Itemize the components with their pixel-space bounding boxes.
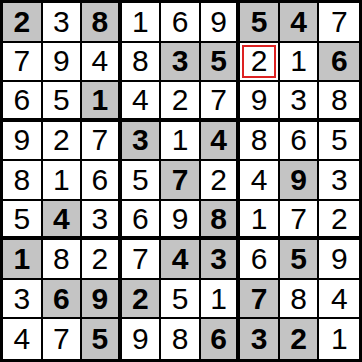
cell-r2c7[interactable]: 2 [240, 43, 280, 83]
cell-r1c8[interactable]: 4 [280, 3, 320, 43]
cell-r6c1[interactable]: 5 [3, 201, 43, 241]
cell-r3c2[interactable]: 5 [43, 82, 83, 122]
cell-r7c8[interactable]: 5 [280, 240, 320, 280]
cell-r4c3[interactable]: 7 [82, 122, 122, 162]
cell-r2c6[interactable]: 5 [201, 43, 241, 83]
cell-r4c1[interactable]: 9 [3, 122, 43, 162]
cell-r4c4[interactable]: 3 [122, 122, 162, 162]
cell-r5c6[interactable]: 2 [201, 161, 241, 201]
cell-r4c7[interactable]: 8 [240, 122, 280, 162]
cell-r4c9[interactable]: 5 [319, 122, 359, 162]
cell-r9c5[interactable]: 8 [161, 319, 201, 359]
cell-r5c3[interactable]: 6 [82, 161, 122, 201]
cell-r5c9[interactable]: 3 [319, 161, 359, 201]
cell-r6c6[interactable]: 8 [201, 201, 241, 241]
cell-r4c2[interactable]: 2 [43, 122, 83, 162]
cell-r1c5[interactable]: 6 [161, 3, 201, 43]
cell-r2c4[interactable]: 8 [122, 43, 162, 83]
cell-r4c8[interactable]: 6 [280, 122, 320, 162]
cell-r1c2[interactable]: 3 [43, 3, 83, 43]
cell-r4c5[interactable]: 1 [161, 122, 201, 162]
cell-r7c4[interactable]: 7 [122, 240, 162, 280]
cell-r5c7[interactable]: 4 [240, 161, 280, 201]
cell-r9c7[interactable]: 3 [240, 319, 280, 359]
cell-r1c9[interactable]: 7 [319, 3, 359, 43]
cell-r7c9[interactable]: 9 [319, 240, 359, 280]
cell-r3c6[interactable]: 7 [201, 82, 241, 122]
cell-r4c6[interactable]: 4 [201, 122, 241, 162]
cell-r2c3[interactable]: 4 [82, 43, 122, 83]
cell-r2c8[interactable]: 1 [280, 43, 320, 83]
cell-r6c4[interactable]: 6 [122, 201, 162, 241]
cell-r7c3[interactable]: 2 [82, 240, 122, 280]
cell-r2c5[interactable]: 3 [161, 43, 201, 83]
cell-r2c9[interactable]: 6 [319, 43, 359, 83]
cell-r7c2[interactable]: 8 [43, 240, 83, 280]
cell-r5c1[interactable]: 8 [3, 161, 43, 201]
cell-r8c2[interactable]: 6 [43, 280, 83, 320]
cell-r3c3[interactable]: 1 [82, 82, 122, 122]
cell-r6c2[interactable]: 4 [43, 201, 83, 241]
cell-r8c3[interactable]: 9 [82, 280, 122, 320]
cell-r1c1[interactable]: 2 [3, 3, 43, 43]
cell-r7c6[interactable]: 3 [201, 240, 241, 280]
cell-r8c6[interactable]: 1 [201, 280, 241, 320]
cell-r8c9[interactable]: 4 [319, 280, 359, 320]
cell-r5c8[interactable]: 9 [280, 161, 320, 201]
cell-r2c2[interactable]: 9 [43, 43, 83, 83]
cell-r1c4[interactable]: 1 [122, 3, 162, 43]
sudoku-board: 2381695477948352166514279389273148658165… [0, 0, 362, 362]
cell-r3c4[interactable]: 4 [122, 82, 162, 122]
cell-r8c8[interactable]: 8 [280, 280, 320, 320]
cell-r1c7[interactable]: 5 [240, 3, 280, 43]
cell-r5c5[interactable]: 7 [161, 161, 201, 201]
cell-r7c7[interactable]: 6 [240, 240, 280, 280]
cell-r8c7[interactable]: 7 [240, 280, 280, 320]
cell-r9c2[interactable]: 7 [43, 319, 83, 359]
cell-r3c1[interactable]: 6 [3, 82, 43, 122]
cell-r1c6[interactable]: 9 [201, 3, 241, 43]
cell-r1c3[interactable]: 8 [82, 3, 122, 43]
cell-r8c4[interactable]: 2 [122, 280, 162, 320]
cell-r3c9[interactable]: 8 [319, 82, 359, 122]
cell-r6c9[interactable]: 2 [319, 201, 359, 241]
cell-r9c3[interactable]: 5 [82, 319, 122, 359]
selected-cell-marker [242, 45, 276, 79]
cell-r8c1[interactable]: 3 [3, 280, 43, 320]
cell-r3c7[interactable]: 9 [240, 82, 280, 122]
cell-r9c6[interactable]: 6 [201, 319, 241, 359]
cell-r2c1[interactable]: 7 [3, 43, 43, 83]
cell-r7c5[interactable]: 4 [161, 240, 201, 280]
cell-r6c3[interactable]: 3 [82, 201, 122, 241]
cell-r8c5[interactable]: 5 [161, 280, 201, 320]
cell-r9c4[interactable]: 9 [122, 319, 162, 359]
cell-r5c4[interactable]: 5 [122, 161, 162, 201]
cell-r6c5[interactable]: 9 [161, 201, 201, 241]
cell-r5c2[interactable]: 1 [43, 161, 83, 201]
cell-r9c9[interactable]: 1 [319, 319, 359, 359]
cell-r3c5[interactable]: 2 [161, 82, 201, 122]
cell-r6c7[interactable]: 1 [240, 201, 280, 241]
cell-r9c8[interactable]: 2 [280, 319, 320, 359]
cell-r6c8[interactable]: 7 [280, 201, 320, 241]
cell-r3c8[interactable]: 3 [280, 82, 320, 122]
cell-r9c1[interactable]: 4 [3, 319, 43, 359]
cell-r7c1[interactable]: 1 [3, 240, 43, 280]
